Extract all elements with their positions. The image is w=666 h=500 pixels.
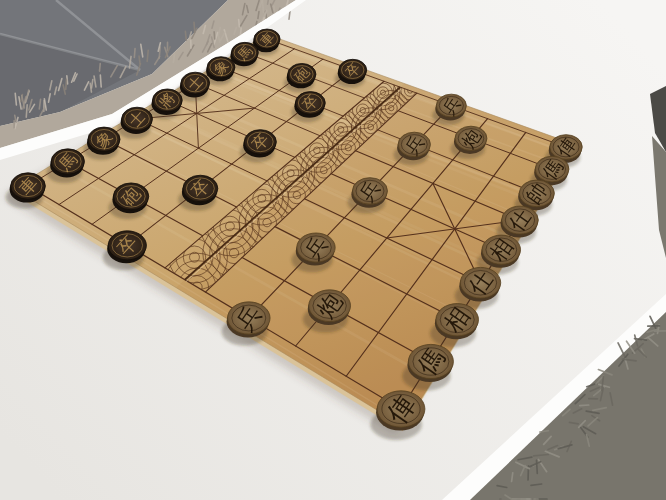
rug-fiber <box>512 473 513 482</box>
rug-fiber <box>185 31 186 40</box>
rug-fiber <box>173 54 174 63</box>
photo-scene: 車馬象卒砲士將卒兵士炮象卒兵俥馬傌車卒兵帥砲仕卒兵相仕炮兵相傌俥 <box>0 0 666 500</box>
rug-fiber <box>66 79 67 89</box>
rug-fiber <box>239 20 240 27</box>
rug-fiber <box>147 50 148 61</box>
rug-fiber <box>214 32 215 39</box>
rug-fiber <box>194 22 195 32</box>
rug-fiber <box>289 11 290 19</box>
rug-fiber <box>134 49 135 58</box>
rug-fiber <box>100 75 101 87</box>
scene-svg: 車馬象卒砲士將卒兵士炮象卒兵俥馬傌車卒兵帥砲仕卒兵相仕炮兵相傌俥 <box>0 0 666 500</box>
rug-fiber <box>262 0 263 12</box>
rug-fiber <box>274 6 275 14</box>
rug-fiber <box>537 460 538 473</box>
rug-fiber <box>139 56 140 64</box>
rug-fiber <box>26 105 27 117</box>
rug-fiber <box>100 64 101 71</box>
rug-fiber <box>580 405 589 406</box>
rug-fiber <box>258 11 259 18</box>
